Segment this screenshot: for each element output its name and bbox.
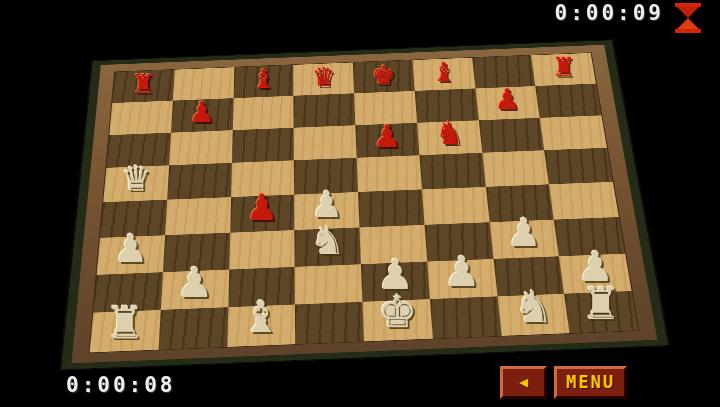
- square-d7[interactable]: [294, 93, 356, 127]
- piece-red-knight-f6[interactable]: ♞: [435, 118, 463, 149]
- square-a7[interactable]: [109, 100, 172, 134]
- square-b6[interactable]: [169, 130, 232, 166]
- square-h5[interactable]: [544, 148, 612, 184]
- piece-white-knight-d3[interactable]: ♞: [310, 221, 345, 260]
- square-f4[interactable]: [422, 187, 489, 225]
- piece-white-king-e1[interactable]: ♚: [378, 290, 418, 334]
- piece-white-knight-g1[interactable]: ♞: [514, 285, 554, 329]
- piece-red-king-e8[interactable]: ♚: [372, 61, 395, 87]
- square-h6[interactable]: [540, 115, 607, 150]
- white-clock: 0:00:08: [66, 373, 176, 397]
- square-c3[interactable]: [229, 230, 295, 269]
- menu-button[interactable]: MENU: [554, 366, 627, 399]
- square-d6[interactable]: [294, 125, 357, 160]
- square-b1[interactable]: [158, 307, 228, 349]
- piece-white-queen-a5[interactable]: ♛: [121, 162, 151, 196]
- square-d2[interactable]: [295, 264, 363, 305]
- piece-white-bishop-c1[interactable]: ♝: [241, 296, 281, 340]
- hourglass-icon: [673, 3, 703, 33]
- piece-red-pawn-c4[interactable]: ♟: [246, 190, 279, 226]
- piece-red-bishop-f8[interactable]: ♝: [432, 59, 455, 85]
- square-e5[interactable]: [357, 155, 422, 192]
- piece-white-pawn-a3[interactable]: ♟: [113, 229, 148, 268]
- piece-red-pawn-g7[interactable]: ♟: [495, 85, 521, 114]
- piece-red-rook-a8[interactable]: ♜: [132, 71, 155, 97]
- piece-white-pawn-b2[interactable]: ♟: [176, 262, 213, 304]
- square-h4[interactable]: [549, 182, 619, 220]
- piece-white-rook-h1[interactable]: ♜: [582, 282, 622, 326]
- board-grid: [89, 52, 640, 353]
- square-f5[interactable]: [419, 153, 485, 190]
- square-e4[interactable]: [358, 189, 424, 227]
- piece-white-pawn-g3[interactable]: ♟: [507, 213, 542, 252]
- black-clock: 0:00:09: [554, 1, 664, 25]
- square-b5[interactable]: [167, 163, 232, 200]
- square-f1[interactable]: [430, 297, 501, 339]
- piece-red-rook-h8[interactable]: ♜: [552, 54, 575, 80]
- square-c7[interactable]: [232, 96, 294, 130]
- square-c6[interactable]: [231, 127, 294, 162]
- square-h7[interactable]: [535, 83, 601, 117]
- square-d1[interactable]: [295, 302, 364, 344]
- square-g5[interactable]: [482, 150, 549, 187]
- piece-white-rook-a1[interactable]: ♜: [105, 301, 145, 345]
- piece-red-pawn-b7[interactable]: ♟: [189, 98, 215, 127]
- back-button[interactable]: ◀: [500, 366, 547, 399]
- piece-red-bishop-c8[interactable]: ♝: [252, 66, 275, 92]
- square-g6[interactable]: [478, 118, 544, 153]
- piece-red-pawn-e6[interactable]: ♟: [373, 121, 401, 152]
- square-b4[interactable]: [165, 197, 231, 235]
- piece-red-queen-d8[interactable]: ♛: [312, 64, 335, 90]
- piece-white-pawn-f2[interactable]: ♟: [443, 251, 480, 293]
- game-screen: ♜♝♛♚♝♜♟♟♟♞♛♟♟♟♞♟♟♟♟♟♜♝♚♞♜ 0:00:09 0:00:0…: [0, 0, 720, 407]
